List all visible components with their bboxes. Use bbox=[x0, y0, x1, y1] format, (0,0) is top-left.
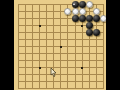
star-point bbox=[81, 25, 83, 27]
grid-line-horizontal bbox=[18, 67, 104, 68]
star-point bbox=[60, 46, 62, 48]
star-point bbox=[39, 25, 41, 27]
stone-black bbox=[79, 1, 86, 8]
stone-black bbox=[86, 22, 93, 29]
grid-line-vertical bbox=[67, 4, 68, 89]
stone-black bbox=[93, 29, 100, 36]
stone-white bbox=[79, 8, 86, 15]
grid-line-horizontal bbox=[18, 60, 104, 61]
stone-white bbox=[64, 8, 71, 15]
grid-line-horizontal bbox=[18, 53, 104, 54]
grid-line-horizontal bbox=[18, 81, 104, 82]
stone-black bbox=[86, 29, 93, 36]
last-move-marker bbox=[73, 3, 75, 5]
stone-black bbox=[79, 15, 86, 22]
stone-white bbox=[72, 8, 79, 15]
go-board[interactable] bbox=[14, 0, 106, 90]
stone-white bbox=[86, 1, 93, 8]
grid-line-horizontal bbox=[18, 88, 104, 89]
stone-black bbox=[86, 15, 93, 22]
stone-black bbox=[72, 15, 79, 22]
stone-white bbox=[93, 8, 100, 15]
star-point bbox=[39, 67, 41, 69]
letterbox-left bbox=[0, 0, 14, 90]
grid-line-horizontal bbox=[18, 74, 104, 75]
app-frame bbox=[0, 0, 120, 90]
stone-black bbox=[93, 15, 100, 22]
star-point bbox=[81, 67, 83, 69]
letterbox-right bbox=[106, 0, 120, 90]
